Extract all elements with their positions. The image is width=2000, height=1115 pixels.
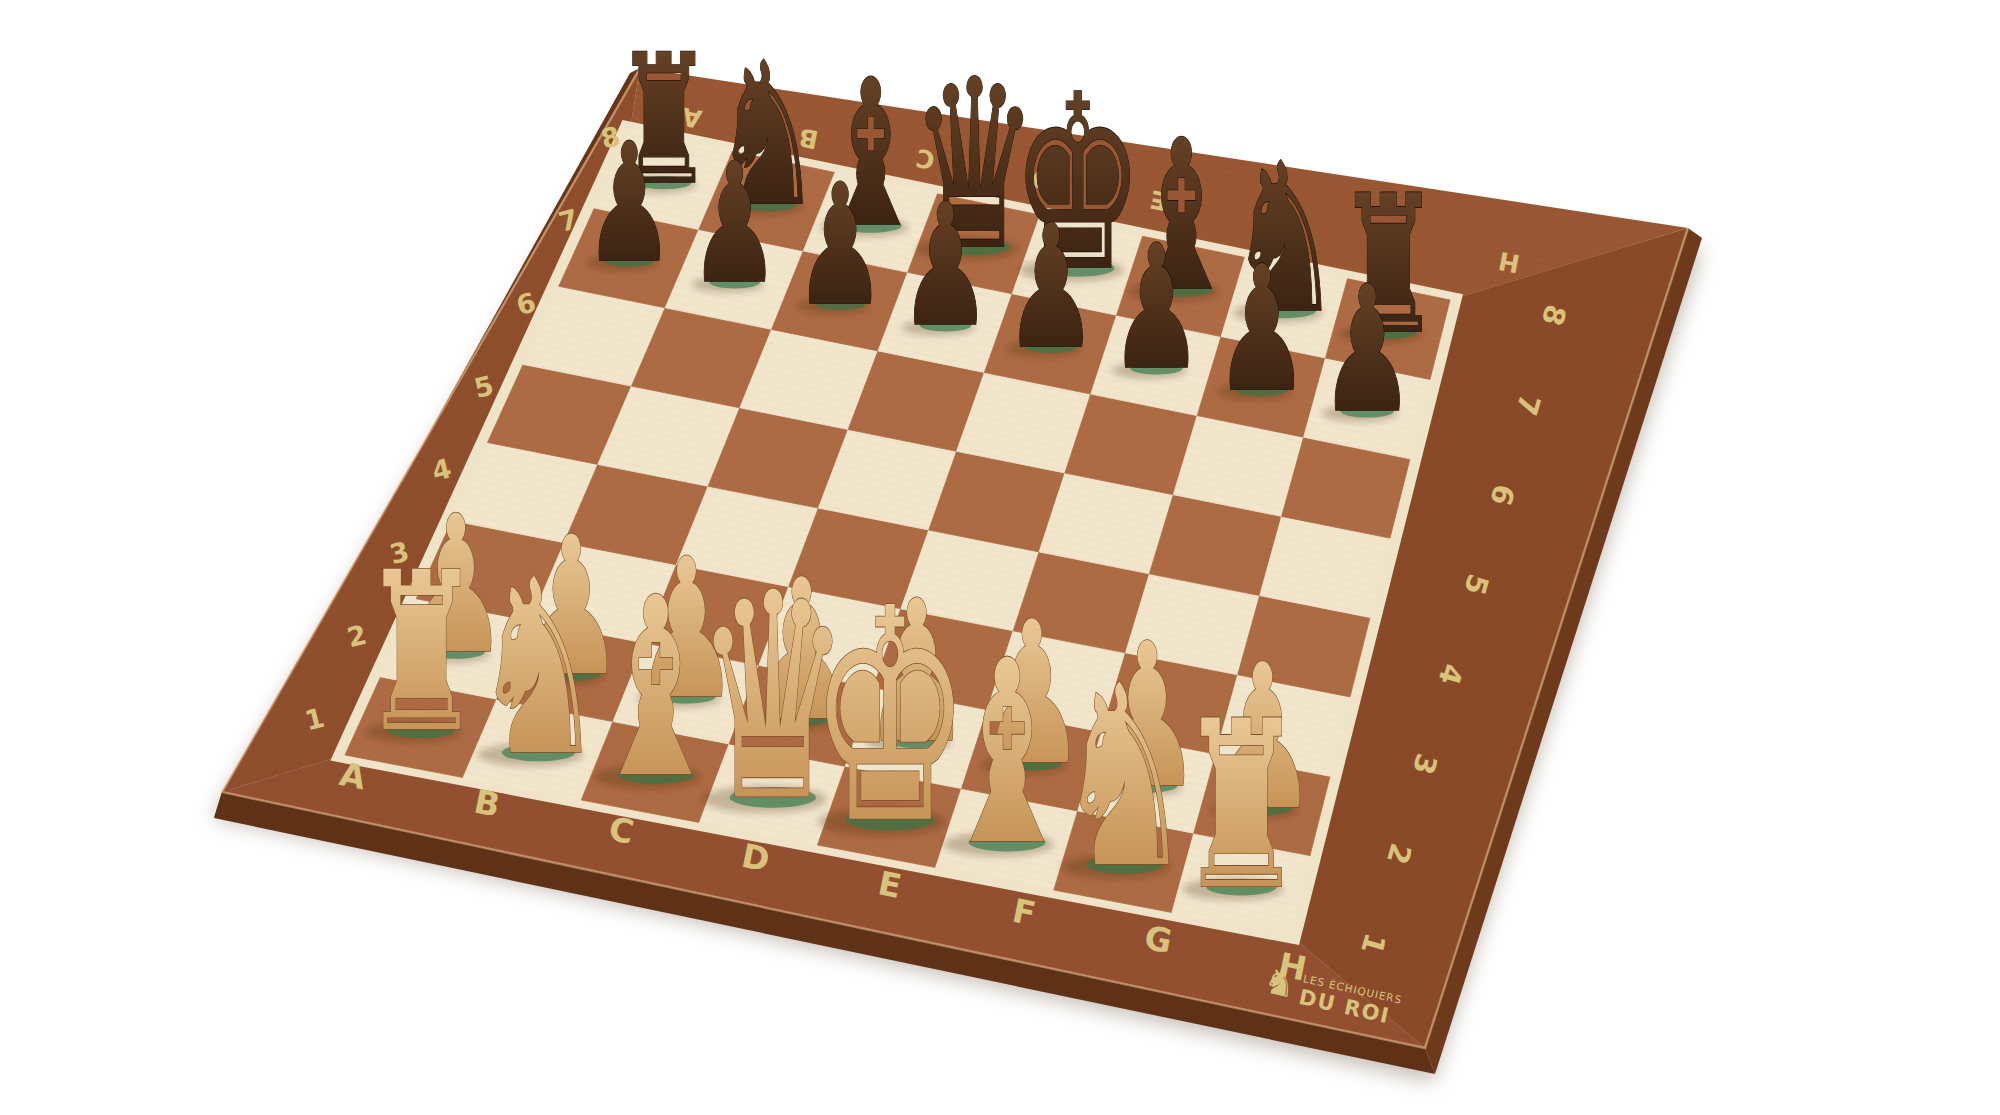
- board-svg: AABBCCDDEEFFGGHH1122334455667788♞LES ÉCH…: [0, 0, 2000, 1115]
- piece-glyph: ♟: [1214, 229, 1309, 430]
- white-rook-h1: ♜: [1178, 672, 1306, 941]
- piece-glyph: ♜: [361, 524, 482, 781]
- black-pawn-a7: ♟: [584, 107, 675, 298]
- piece-glyph: ♟: [899, 168, 992, 364]
- piece-glyph: ♟: [584, 107, 675, 298]
- piece-glyph: ♜: [1178, 672, 1306, 941]
- piece-glyph: ♟: [794, 148, 886, 343]
- scene: AABBCCDDEEFFGGHH1122334455667788♞LES ÉCH…: [0, 0, 2000, 1115]
- chessboard-photo: AABBCCDDEEFFGGHH1122334455667788♞LES ÉCH…: [0, 0, 2000, 1115]
- white-knight-g1: ♞: [1055, 631, 1193, 922]
- piece-glyph: ♟: [1319, 249, 1415, 451]
- piece-glyph: ♟: [1004, 188, 1098, 385]
- black-pawn-g7: ♟: [1214, 229, 1309, 430]
- black-pawn-h7: ♟: [1319, 249, 1415, 451]
- black-pawn-e7: ♟: [1004, 188, 1098, 385]
- white-rook-a1: ♜: [361, 524, 482, 781]
- black-pawn-b7: ♟: [689, 127, 780, 320]
- piece-glyph: ♞: [472, 528, 605, 809]
- black-pawn-c7: ♟: [794, 148, 886, 343]
- black-pawn-d7: ♟: [899, 168, 992, 364]
- white-knight-b1: ♞: [472, 528, 605, 809]
- piece-glyph: ♞: [1055, 631, 1193, 922]
- piece-glyph: ♟: [1109, 208, 1204, 408]
- black-pawn-f7: ♟: [1109, 208, 1204, 408]
- piece-glyph: ♟: [689, 127, 780, 320]
